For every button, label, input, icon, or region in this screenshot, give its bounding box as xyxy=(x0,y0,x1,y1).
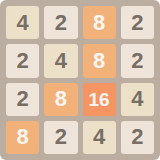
tile-r1c2: 2 xyxy=(44,6,77,39)
tile-r2c3: 8 xyxy=(83,44,116,77)
tile-r2c4: 2 xyxy=(121,44,154,77)
tile-r3c3: 16 xyxy=(83,83,116,116)
tile-r4c3: 4 xyxy=(83,121,116,154)
tile-r4c4: 2 xyxy=(121,121,154,154)
tile-r2c2: 4 xyxy=(44,44,77,77)
tile-r2c1: 2 xyxy=(6,44,39,77)
board-grid[interactable]: 42822482281648242 xyxy=(0,0,160,160)
tile-r3c4: 4 xyxy=(121,83,154,116)
tile-r1c4: 2 xyxy=(121,6,154,39)
tile-r1c3: 8 xyxy=(83,6,116,39)
tile-r3c1: 2 xyxy=(6,83,39,116)
tile-r4c2: 2 xyxy=(44,121,77,154)
tile-r4c1: 8 xyxy=(6,121,39,154)
tile-r3c2: 8 xyxy=(44,83,77,116)
tile-r1c1: 4 xyxy=(6,6,39,39)
